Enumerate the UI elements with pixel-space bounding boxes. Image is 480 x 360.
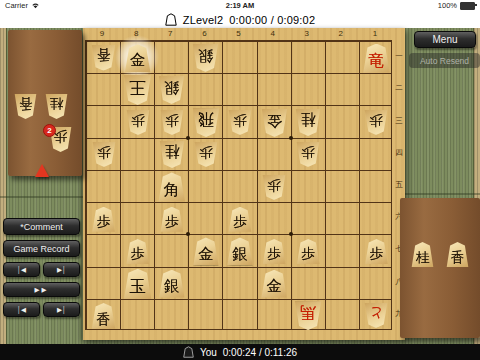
- piece-kanji: 角: [164, 182, 180, 201]
- piece-kanji: 歩: [165, 215, 179, 232]
- piece-kanji: 銀: [198, 44, 213, 63]
- opponent-name: ZLevel2: [183, 14, 224, 26]
- star-point: [186, 136, 190, 140]
- jump-back-button[interactable]: │◀: [3, 302, 40, 317]
- shogi-piece-歩[interactable]: 歩: [160, 207, 184, 232]
- rank-label: 二: [393, 72, 405, 104]
- piece-kanji: 馬: [300, 301, 316, 320]
- piece-kanji: 歩: [199, 142, 213, 159]
- shogi-piece-銀[interactable]: 銀: [158, 76, 185, 104]
- shogi-piece-竜[interactable]: 竜: [362, 44, 390, 73]
- shogi-piece-金[interactable]: 金: [261, 109, 288, 137]
- shogi-piece-歩[interactable]: 歩: [194, 142, 218, 167]
- shogi-piece-歩[interactable]: 歩: [262, 239, 286, 264]
- piece-kanji: 竜: [368, 53, 384, 72]
- shogi-piece-香[interactable]: 香: [91, 303, 116, 329]
- shogi-piece-歩[interactable]: 歩: [160, 110, 184, 135]
- piece-kanji: 歩: [131, 247, 145, 264]
- shogi-piece-桂[interactable]: 桂: [159, 141, 185, 168]
- shogi-piece-馬[interactable]: 馬: [294, 301, 322, 330]
- jump-forward-button[interactable]: ▶│: [43, 302, 80, 317]
- autoplay-button[interactable]: ▶▶: [3, 282, 80, 297]
- opponent-clock: 0:00:00 / 0:09:02: [229, 14, 315, 26]
- piece-kanji: 歩: [370, 247, 384, 264]
- auto-resend-button[interactable]: Auto Resend: [409, 53, 480, 68]
- shogi-piece-歩[interactable]: 歩: [364, 239, 388, 264]
- play-area: 987654321 一二三四五六七八九 香金銀竜王銀歩歩飛歩金桂歩歩桂歩歩角歩歩…: [0, 28, 480, 344]
- turn-indicator: [35, 164, 49, 177]
- opponent-hand-tray: 香桂歩2: [8, 30, 82, 176]
- app-screen: Carrier 2:19 AM 100% ZLevel2 0:00:00 / 0…: [0, 0, 480, 360]
- shogi-piece-桂[interactable]: 桂: [45, 94, 68, 119]
- shogi-piece-歩[interactable]: 歩: [262, 175, 286, 200]
- piece-kanji: 香: [96, 45, 110, 62]
- shogi-piece-歩[interactable]: 歩: [92, 207, 116, 232]
- file-label: 5: [221, 28, 255, 40]
- tatami-seam-right: [403, 193, 480, 195]
- piece-kanji: 金: [130, 53, 145, 72]
- star-point: [289, 232, 293, 236]
- piece-kanji: 香: [451, 251, 465, 268]
- game-record-button[interactable]: Game Record: [3, 240, 80, 257]
- file-label: 1: [358, 28, 392, 40]
- piece-kanji: 玉: [129, 279, 146, 299]
- player-hand-tray: 桂香: [400, 198, 480, 338]
- piece-kanji: 銀: [164, 279, 179, 298]
- star-point: [289, 136, 293, 140]
- piece-kanji: 歩: [267, 247, 281, 264]
- shogi-piece-飛[interactable]: 飛: [192, 108, 220, 137]
- piece-kanji: 歩: [301, 247, 315, 264]
- piece-kanji: 香: [19, 94, 33, 111]
- menu-button[interactable]: Menu: [414, 31, 476, 48]
- rank-label: 三: [393, 104, 405, 136]
- piece-kanji: 銀: [164, 76, 179, 95]
- shogi-piece-王[interactable]: 王: [123, 75, 152, 105]
- piece-kanji: 桂: [416, 251, 430, 268]
- shogi-piece-桂[interactable]: 桂: [295, 109, 321, 136]
- shogi-piece-玉[interactable]: 玉: [123, 269, 152, 299]
- piece-count-badge: 2: [43, 124, 56, 137]
- shogi-piece-香[interactable]: 香: [14, 94, 37, 119]
- board-grid[interactable]: 香金銀竜王銀歩歩飛歩金桂歩歩桂歩歩角歩歩歩歩歩金銀歩歩歩玉銀金香馬と: [85, 40, 392, 330]
- shogi-piece-金[interactable]: 金: [261, 270, 288, 298]
- shogi-piece-歩[interactable]: 歩: [126, 239, 150, 264]
- shogi-piece-金[interactable]: 金: [192, 237, 219, 265]
- shogi-piece-歩[interactable]: 歩: [126, 110, 150, 135]
- star-point: [186, 232, 190, 236]
- file-label: 2: [324, 28, 358, 40]
- piece-kanji: 桂: [50, 94, 64, 111]
- piece-kanji: 飛: [198, 108, 214, 127]
- step-back-button[interactable]: │◀: [3, 262, 40, 277]
- player-bar: You 0:00:24 / 0:11:26: [0, 344, 480, 360]
- file-label: 6: [187, 28, 221, 40]
- piece-kanji: 桂: [164, 141, 179, 159]
- piece-kanji: 歩: [233, 110, 247, 127]
- piece-kanji: 歩: [301, 142, 315, 159]
- title-bar: ZLevel2 0:00:00 / 0:09:02: [0, 11, 480, 28]
- piece-kanji: 金: [266, 109, 281, 128]
- piece-kanji: 桂: [301, 109, 316, 127]
- status-time: 2:19 AM: [0, 1, 480, 10]
- battery-icon: [460, 2, 475, 10]
- status-bar: Carrier 2:19 AM 100%: [0, 0, 480, 11]
- rank-label: 一: [393, 40, 405, 72]
- piece-kanji: 歩: [131, 110, 145, 127]
- shogi-piece-歩[interactable]: 歩: [228, 207, 252, 232]
- player-clock: 0:00:24 / 0:11:26: [223, 347, 297, 358]
- shogi-piece-香[interactable]: 香: [446, 242, 469, 267]
- shogi-piece-と[interactable]: と: [364, 303, 388, 328]
- piece-kanji: 香: [96, 312, 110, 329]
- piece-kanji: 王: [129, 75, 146, 95]
- file-label: 3: [290, 28, 324, 40]
- shogi-piece-歩[interactable]: 歩: [92, 142, 116, 167]
- shogi-piece-銀[interactable]: 銀: [227, 237, 254, 265]
- step-forward-button[interactable]: ▶│: [43, 262, 80, 277]
- rank-label: 四: [393, 137, 405, 169]
- piece-kanji: 金: [266, 279, 281, 298]
- comment-button[interactable]: *Comment: [3, 218, 80, 235]
- shogi-piece-角[interactable]: 角: [158, 172, 186, 201]
- piece-kanji: 歩: [370, 110, 384, 127]
- shogi-piece-歩[interactable]: 歩: [228, 110, 252, 135]
- player-piece-icon: [183, 346, 194, 358]
- piece-kanji: 歩: [165, 110, 179, 127]
- shogi-piece-歩[interactable]: 歩: [364, 110, 388, 135]
- tatami-seam-left: [0, 196, 83, 198]
- shogi-piece-香[interactable]: 香: [91, 45, 116, 71]
- piece-kanji: と: [369, 303, 383, 320]
- shogi-piece-歩[interactable]: 歩: [296, 142, 320, 167]
- piece-kanji: 歩: [97, 215, 111, 232]
- shogi-piece-桂[interactable]: 桂: [411, 242, 434, 267]
- piece-kanji: 歩: [267, 175, 281, 192]
- shogi-board: 987654321 一二三四五六七八九 香金銀竜王銀歩歩飛歩金桂歩歩桂歩歩角歩歩…: [83, 28, 405, 340]
- opponent-piece-icon: [165, 13, 177, 26]
- piece-kanji: 金: [198, 247, 213, 266]
- file-label: 4: [256, 28, 290, 40]
- rank-label: 五: [393, 169, 405, 201]
- piece-kanji: 銀: [232, 247, 247, 266]
- shogi-piece-銀[interactable]: 銀: [158, 270, 185, 298]
- player-name: You: [200, 347, 217, 358]
- piece-kanji: 歩: [97, 142, 111, 159]
- shogi-piece-歩[interactable]: 歩: [296, 239, 320, 264]
- shogi-piece-銀[interactable]: 銀: [192, 44, 219, 72]
- piece-kanji: 歩: [233, 215, 247, 232]
